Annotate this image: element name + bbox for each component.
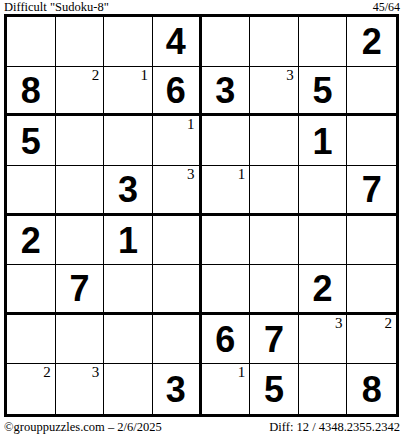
cell-r3c6[interactable] [250,116,299,166]
given-digit: 1 [313,124,333,160]
cell-r5c2[interactable] [56,216,105,266]
cell-r5c6[interactable] [250,216,299,266]
cell-r4c1[interactable] [7,166,56,216]
given-digit: 7 [69,271,89,307]
cell-r7c8[interactable]: 2 [347,315,396,365]
cell-r5c3[interactable]: 1 [104,216,153,266]
cell-r7c2[interactable] [56,315,105,365]
cell-r8c1[interactable]: 2 [7,364,56,414]
cell-r6c3[interactable] [104,265,153,315]
given-digit: 8 [21,73,41,109]
pencil-mark: 3 [187,166,195,182]
cell-r6c2[interactable]: 7 [56,265,105,315]
given-digit: 1 [118,223,138,259]
given-digit: 2 [313,271,333,307]
cell-r7c5[interactable]: 6 [202,315,251,365]
cell-r6c5[interactable] [202,265,251,315]
cell-r8c5[interactable]: 1 [202,364,251,414]
cell-r3c1[interactable]: 5 [7,116,56,166]
given-digit: 7 [264,322,284,358]
given-digit: 2 [362,24,382,60]
cell-r7c3[interactable] [104,315,153,365]
cell-r3c4[interactable]: 1 [153,116,202,166]
cell-r4c6[interactable] [250,166,299,216]
pencil-mark: 1 [140,67,148,83]
cell-r3c3[interactable] [104,116,153,166]
sudoku-board: 428216335511331721726732233158 [4,14,399,417]
cell-r8c6[interactable]: 5 [250,364,299,414]
pencil-mark: 1 [238,166,246,182]
cell-r6c8[interactable] [347,265,396,315]
cell-r4c3[interactable]: 3 [104,166,153,216]
cell-r7c6[interactable]: 7 [250,315,299,365]
cell-r3c5[interactable] [202,116,251,166]
cell-r4c2[interactable] [56,166,105,216]
cell-r2c7[interactable]: 5 [299,67,348,117]
cell-r1c2[interactable] [56,17,105,67]
cell-r8c8[interactable]: 8 [347,364,396,414]
pencil-mark: 3 [92,364,100,380]
pencil-mark: 3 [286,67,294,83]
cell-r2c4[interactable]: 6 [153,67,202,117]
given-digit: 4 [166,24,186,60]
puzzle-page: Difficult "Sudoku-8" 45/64 4282163355113… [0,0,403,437]
cell-r1c8[interactable]: 2 [347,17,396,67]
pencil-mark: 2 [385,315,393,331]
cell-r2c1[interactable]: 8 [7,67,56,117]
pencil-mark: 3 [335,315,343,331]
cell-r6c4[interactable] [153,265,202,315]
footer-copyright: ©grouppuzzles.com – 2/6/2025 [4,420,162,434]
cell-r2c5[interactable]: 3 [202,67,251,117]
cell-r1c5[interactable] [202,17,251,67]
cell-r8c3[interactable] [104,364,153,414]
cell-r4c4[interactable]: 3 [153,166,202,216]
pencil-mark: 2 [92,67,100,83]
cell-r2c3[interactable]: 1 [104,67,153,117]
given-digit: 6 [215,322,235,358]
cell-r5c4[interactable] [153,216,202,266]
cell-r5c5[interactable] [202,216,251,266]
cell-r5c1[interactable]: 2 [7,216,56,266]
cell-r3c8[interactable] [347,116,396,166]
cell-r1c1[interactable] [7,17,56,67]
cell-r5c7[interactable] [299,216,348,266]
cell-r8c2[interactable]: 3 [56,364,105,414]
footer-difficulty: Diff: 12 / 4348.2355.2342 [269,420,400,434]
given-digit: 8 [362,372,382,408]
cell-r2c2[interactable]: 2 [56,67,105,117]
given-digit: 3 [118,172,138,208]
cell-r1c6[interactable] [250,17,299,67]
pencil-mark: 1 [187,116,195,132]
given-digit: 5 [313,73,333,109]
cell-r4c7[interactable] [299,166,348,216]
cell-r3c2[interactable] [56,116,105,166]
page-title: Difficult "Sudoku-8" [4,0,109,14]
cell-r8c7[interactable] [299,364,348,414]
given-digit: 6 [166,73,186,109]
given-digit: 5 [264,372,284,408]
cells-remaining-counter: 45/64 [373,0,400,14]
given-digit: 2 [21,223,41,259]
given-digit: 3 [215,73,235,109]
cell-r7c7[interactable]: 3 [299,315,348,365]
cell-r6c7[interactable]: 2 [299,265,348,315]
cell-r6c1[interactable] [7,265,56,315]
given-digit: 7 [362,172,382,208]
pencil-mark: 1 [238,364,246,380]
cell-r6c6[interactable] [250,265,299,315]
cell-r5c8[interactable] [347,216,396,266]
cell-r4c5[interactable]: 1 [202,166,251,216]
cell-r4c8[interactable]: 7 [347,166,396,216]
cell-r1c3[interactable] [104,17,153,67]
cell-r7c4[interactable] [153,315,202,365]
given-digit: 3 [166,372,186,408]
cell-r1c4[interactable]: 4 [153,17,202,67]
pencil-mark: 2 [43,364,51,380]
cell-r2c8[interactable] [347,67,396,117]
cell-r3c7[interactable]: 1 [299,116,348,166]
given-digit: 5 [21,124,41,160]
cell-r8c4[interactable]: 3 [153,364,202,414]
cell-r7c1[interactable] [7,315,56,365]
cell-r1c7[interactable] [299,17,348,67]
cell-r2c6[interactable]: 3 [250,67,299,117]
